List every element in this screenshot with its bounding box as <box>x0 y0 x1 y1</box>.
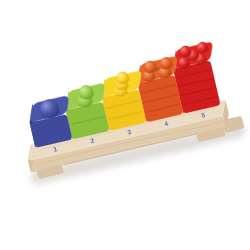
toy-product-photo: 1 2 3 4 5 <box>0 0 250 250</box>
toy-group: 1 2 3 4 5 <box>9 37 246 186</box>
toy-illustration: 1 2 3 4 5 <box>0 0 250 250</box>
